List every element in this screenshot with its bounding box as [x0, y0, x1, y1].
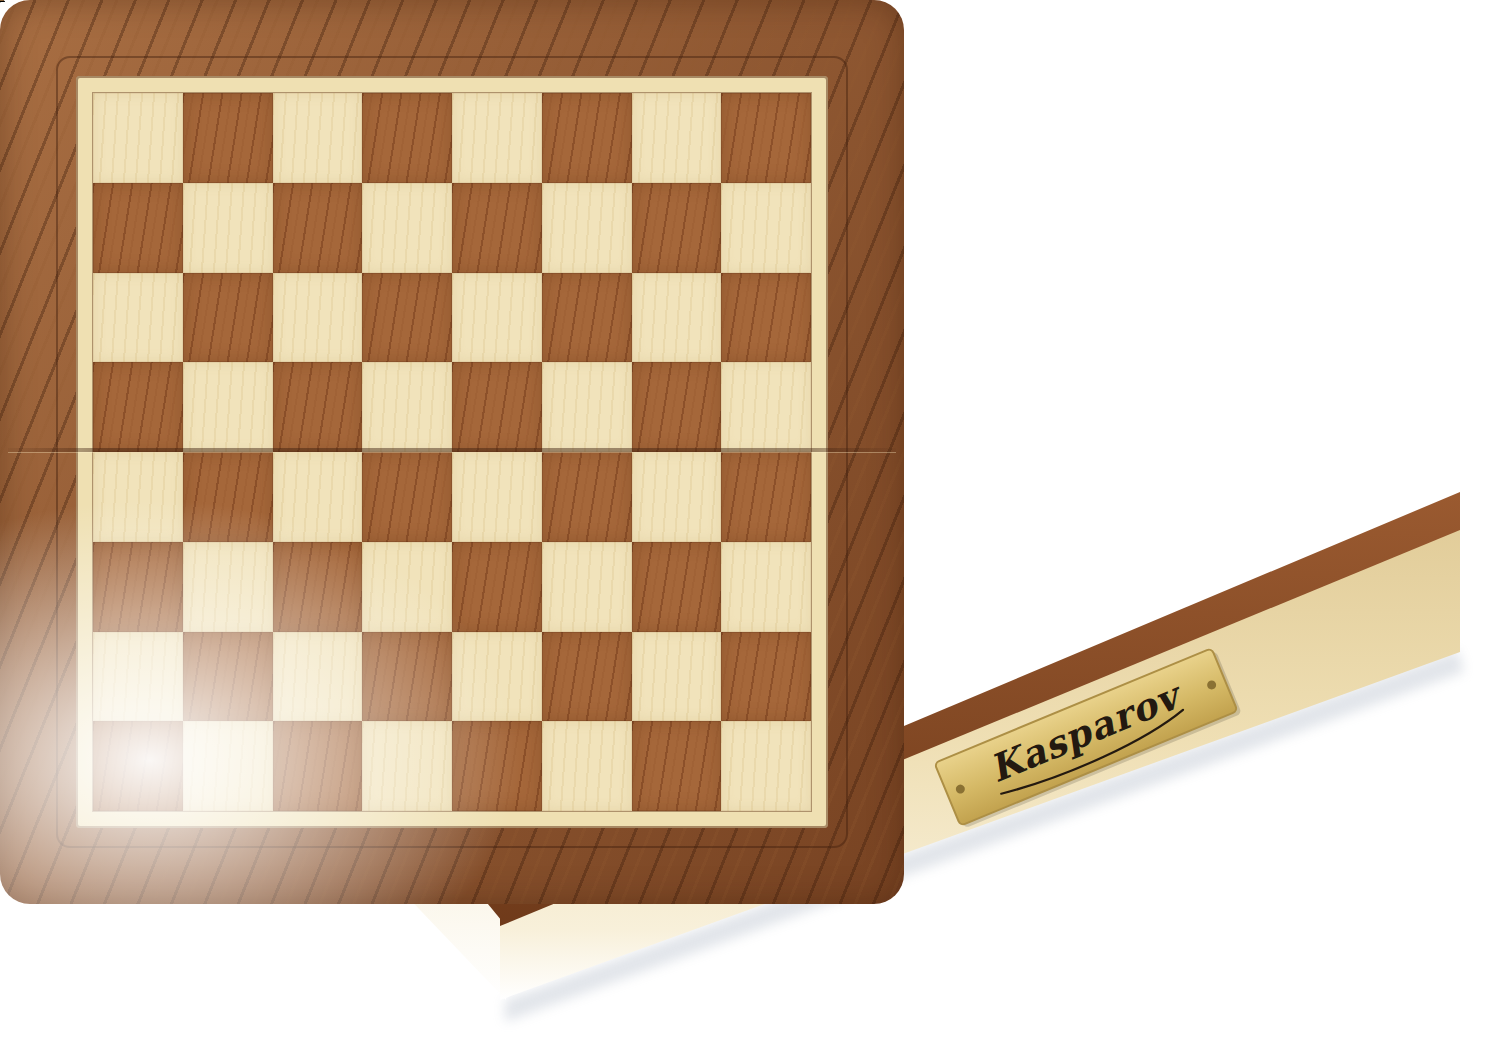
square-b8 — [183, 93, 273, 183]
square-e1 — [452, 721, 542, 811]
square-b2 — [183, 632, 273, 722]
square-a5 — [93, 362, 183, 452]
square-f5 — [542, 362, 632, 452]
square-g8 — [632, 93, 722, 183]
square-b4 — [183, 452, 273, 542]
chess-board — [0, 0, 904, 904]
square-c1 — [273, 721, 363, 811]
square-h1 — [721, 721, 811, 811]
square-f3 — [542, 542, 632, 632]
square-f2 — [542, 632, 632, 722]
square-d7 — [362, 183, 452, 273]
square-g3 — [632, 542, 722, 632]
square-c5 — [273, 362, 363, 452]
square-b5 — [183, 362, 273, 452]
square-a4 — [93, 452, 183, 542]
square-g7 — [632, 183, 722, 273]
square-c6 — [273, 273, 363, 363]
square-f8 — [542, 93, 632, 183]
square-f7 — [542, 183, 632, 273]
square-d1 — [362, 721, 452, 811]
square-b3 — [183, 542, 273, 632]
square-g2 — [632, 632, 722, 722]
square-g1 — [632, 721, 722, 811]
square-d4 — [362, 452, 452, 542]
board-inner-border — [76, 76, 828, 828]
square-a8 — [93, 93, 183, 183]
square-h7 — [721, 183, 811, 273]
square-e2 — [452, 632, 542, 722]
square-f1 — [542, 721, 632, 811]
square-c8 — [273, 93, 363, 183]
square-d2 — [362, 632, 452, 722]
square-h4 — [721, 452, 811, 542]
square-d8 — [362, 93, 452, 183]
square-b1 — [183, 721, 273, 811]
square-a1 — [93, 721, 183, 811]
square-h2 — [721, 632, 811, 722]
square-g5 — [632, 362, 722, 452]
square-f6 — [542, 273, 632, 363]
square-g6 — [632, 273, 722, 363]
square-b6 — [183, 273, 273, 363]
square-a3 — [93, 542, 183, 632]
square-h8 — [721, 93, 811, 183]
square-a6 — [93, 273, 183, 363]
square-d3 — [362, 542, 452, 632]
square-c2 — [273, 632, 363, 722]
square-h5 — [721, 362, 811, 452]
square-e5 — [452, 362, 542, 452]
square-d5 — [362, 362, 452, 452]
square-d6 — [362, 273, 452, 363]
chess-set-photo: Kasparov ♜♞♝♛♚♝♞♜♟♟♟♟♟♟♟♟♟♟♟♟♟♟♟♟♜♞♝♛♚♝♞… — [0, 0, 1500, 1046]
square-e4 — [452, 452, 542, 542]
square-c3 — [273, 542, 363, 632]
square-h3 — [721, 542, 811, 632]
square-h6 — [721, 273, 811, 363]
square-e6 — [452, 273, 542, 363]
square-g4 — [632, 452, 722, 542]
square-c7 — [273, 183, 363, 273]
board-squares — [92, 92, 812, 812]
square-a7 — [93, 183, 183, 273]
square-e3 — [452, 542, 542, 632]
square-b7 — [183, 183, 273, 273]
square-f4 — [542, 452, 632, 542]
square-c4 — [273, 452, 363, 542]
square-e7 — [452, 183, 542, 273]
square-a2 — [93, 632, 183, 722]
square-e8 — [452, 93, 542, 183]
